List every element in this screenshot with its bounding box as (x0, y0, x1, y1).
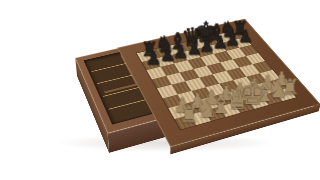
chess-box-product-photo: ♜♞♝♛♚♝♞♜♟♟♟♟♟♟♟♟♟♟♟♟♟♟♟♟♜♞♝♛♚♝♞♜ (0, 0, 320, 180)
black-pawn: ♟ (145, 49, 160, 67)
white-rook: ♜ (179, 103, 196, 126)
scene-3d: ♜♞♝♛♚♝♞♜♟♟♟♟♟♟♟♟♟♟♟♟♟♟♟♟♜♞♝♛♚♝♞♜ (75, 30, 247, 133)
